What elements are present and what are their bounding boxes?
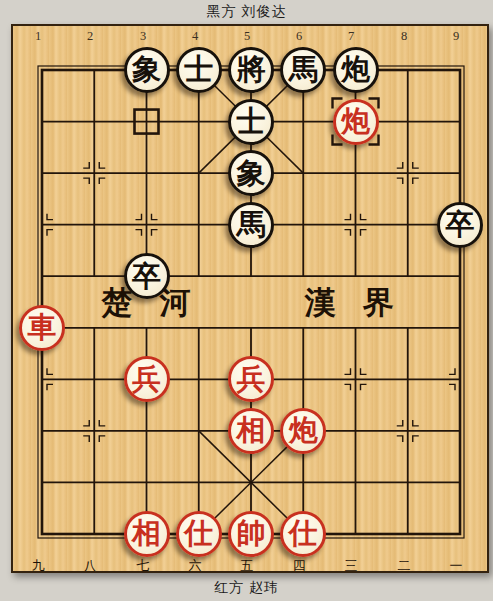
black-piece-馬[interactable]: 馬 [228, 202, 274, 248]
file-label: 6 [296, 29, 302, 43]
file-label: 一 [450, 558, 463, 571]
black-piece-卒[interactable]: 卒 [124, 253, 170, 299]
file-label: 六 [189, 558, 202, 571]
file-label: 八 [84, 558, 97, 571]
red-piece-相[interactable]: 相 [124, 511, 170, 557]
black-piece-象[interactable]: 象 [124, 47, 170, 93]
red-player-title: 红方 赵玮 [0, 579, 493, 597]
file-label: 4 [192, 29, 199, 43]
black-piece-將[interactable]: 將 [228, 47, 274, 93]
file-label: 7 [348, 29, 354, 43]
black-player-title: 黑方 刘俊达 [0, 3, 493, 21]
red-piece-仕[interactable]: 仕 [280, 511, 326, 557]
file-label: 九 [32, 558, 45, 571]
file-labels-bottom: 九 八 七 六 五 四 三 二 一 [32, 558, 463, 571]
file-label: 5 [244, 29, 250, 43]
file-label: 9 [453, 29, 459, 43]
red-piece-兵[interactable]: 兵 [124, 356, 170, 402]
black-piece-卒[interactable]: 卒 [437, 202, 483, 248]
file-label: 二 [398, 558, 411, 571]
file-label: 四 [293, 558, 306, 571]
red-piece-炮[interactable]: 炮 [280, 408, 326, 454]
red-piece-炮[interactable]: 炮 [333, 99, 379, 145]
red-piece-仕[interactable]: 仕 [176, 511, 222, 557]
xiangqi-app: 黑方 刘俊达 1 2 3 4 5 6 7 8 9 [0, 0, 493, 601]
black-piece-炮[interactable]: 炮 [333, 47, 379, 93]
black-piece-象[interactable]: 象 [228, 150, 274, 196]
file-label: 3 [140, 29, 146, 43]
red-piece-兵[interactable]: 兵 [228, 356, 274, 402]
red-piece-相[interactable]: 相 [228, 408, 274, 454]
black-piece-士[interactable]: 士 [176, 47, 222, 93]
xiangqi-board[interactable]: 1 2 3 4 5 6 7 8 9 [11, 24, 489, 573]
piece-layer: 象士將馬炮士炮象馬卒卒車兵兵相炮相仕帥仕 [16, 44, 486, 559]
file-label: 2 [87, 29, 93, 43]
black-piece-馬[interactable]: 馬 [280, 47, 326, 93]
file-label: 三 [345, 558, 358, 571]
file-label: 8 [401, 29, 407, 43]
black-piece-士[interactable]: 士 [228, 99, 274, 145]
file-label: 七 [137, 558, 150, 571]
file-labels-top: 1 2 3 4 5 6 7 8 9 [35, 29, 459, 43]
file-label: 1 [35, 29, 41, 43]
file-label: 五 [241, 558, 254, 571]
red-piece-車[interactable]: 車 [19, 305, 65, 351]
red-piece-帥[interactable]: 帥 [228, 511, 274, 557]
